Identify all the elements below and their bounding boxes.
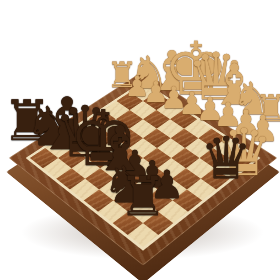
chess-set-photo: ♜♞♝♚♛♝♞♜♟♟♟♟♟♟♟♟♛♛♟♟♟♟♟♟♟♟♜♞♝♛♚♝♞♜ xyxy=(0,0,280,280)
black-queen[interactable]: ♛ xyxy=(200,129,252,187)
black-rook[interactable]: ♜ xyxy=(119,170,167,224)
pieces-layer: ♜♞♝♚♛♝♞♜♟♟♟♟♟♟♟♟♛♛♟♟♟♟♟♟♟♟♜♞♝♛♚♝♞♜ xyxy=(0,0,280,280)
